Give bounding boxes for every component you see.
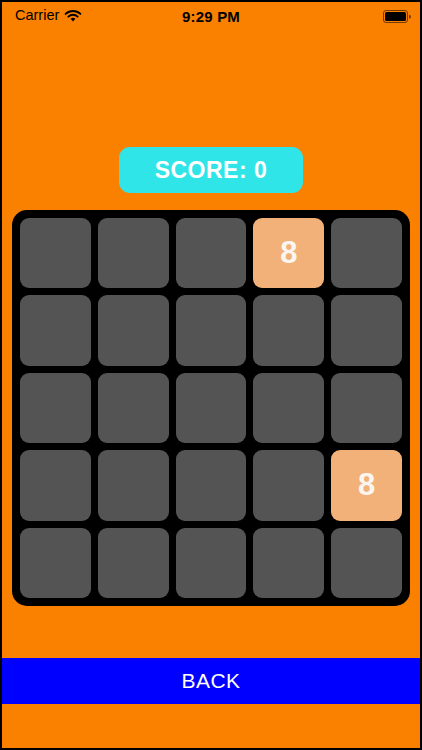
status-time: 9:29 PM <box>2 8 420 25</box>
status-bar-right <box>383 10 408 23</box>
tile-empty <box>176 528 247 598</box>
tile-empty <box>253 373 324 443</box>
tile-empty <box>98 218 169 288</box>
tile-empty <box>253 528 324 598</box>
tile-empty <box>20 218 91 288</box>
tile-empty <box>176 295 247 365</box>
tile-empty <box>331 295 402 365</box>
battery-nub <box>409 14 412 19</box>
tile-empty <box>253 295 324 365</box>
back-button[interactable]: BACK <box>2 658 420 704</box>
tile-8: 8 <box>253 218 324 288</box>
tile-empty <box>20 295 91 365</box>
status-bar: Carrier 9:29 PM <box>2 2 420 34</box>
tile-empty <box>20 528 91 598</box>
tile-empty <box>176 373 247 443</box>
game-board[interactable]: 88 <box>12 210 410 606</box>
tile-empty <box>98 373 169 443</box>
tile-empty <box>176 218 247 288</box>
tile-empty <box>98 528 169 598</box>
tile-8: 8 <box>331 450 402 520</box>
tile-empty <box>331 528 402 598</box>
score-badge: SCORE: 0 <box>119 147 303 193</box>
tile-empty <box>253 450 324 520</box>
battery-fill <box>385 12 406 21</box>
tile-empty <box>98 450 169 520</box>
tile-empty <box>20 450 91 520</box>
tile-empty <box>176 450 247 520</box>
tile-empty <box>98 295 169 365</box>
battery-icon <box>383 10 408 23</box>
app-screen: Carrier 9:29 PM SCORE: 0 88 BACK <box>0 0 422 750</box>
score-label: SCORE: 0 <box>155 157 268 184</box>
tile-empty <box>331 218 402 288</box>
tile-empty <box>331 373 402 443</box>
tile-empty <box>20 373 91 443</box>
